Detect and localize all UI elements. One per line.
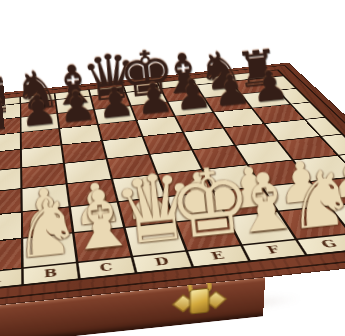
square-e2: ♟ <box>167 192 225 221</box>
square-e1: ♚ <box>176 217 239 250</box>
brass-clasp <box>174 282 223 322</box>
black-rook-piece: ♜ <box>0 69 23 121</box>
square-b1: ♞ <box>23 234 76 268</box>
square-e6 <box>137 117 182 136</box>
square-b2: ♟ <box>22 208 71 238</box>
chess-box: 87654321 ♜♞♝♛♚♝♞♜♟♟♟♟♟♟♟♟♟♟♟♟♟♟♟♟♜♞♝♛♚♝♞… <box>0 63 345 316</box>
camera-rotation-wrapper: 87654321 ♜♞♝♛♚♝♞♜♟♟♟♟♟♟♟♟♟♟♟♟♟♟♟♟♜♞♝♛♚♝♞… <box>0 0 345 336</box>
file-label-c: C <box>78 258 134 279</box>
square-c1: ♝ <box>74 228 130 261</box>
square-f2: ♟ <box>215 187 276 216</box>
clasp-body-icon <box>189 288 209 315</box>
square-d2: ♟ <box>118 197 173 226</box>
photo-stage: 87654321 ♜♞♝♛♚♝♞♜♟♟♟♟♟♟♟♟♟♟♟♟♟♟♟♟♜♞♝♛♚♝♞… <box>0 0 345 336</box>
perspective-scene: 87654321 ♜♞♝♛♚♝♞♜♟♟♟♟♟♟♟♟♟♟♟♟♟♟♟♟♜♞♝♛♚♝♞… <box>0 0 345 336</box>
square-b6 <box>21 129 60 149</box>
black-knight-piece: ♞ <box>194 43 245 99</box>
square-d1: ♛ <box>125 223 184 256</box>
file-label-a: A <box>0 269 21 290</box>
square-a1: ♜ <box>0 239 20 273</box>
black-rook-piece: ♜ <box>233 42 281 94</box>
file-label-b: B <box>23 263 77 284</box>
square-c2: ♟ <box>70 202 122 232</box>
board-with-labels: 87654321 ♜♞♝♛♚♝♞♜♟♟♟♟♟♟♟♟♟♟♟♟♟♟♟♟♜♞♝♛♚♝♞… <box>0 70 345 296</box>
black-bishop-piece: ♝ <box>156 45 209 103</box>
square-f6 <box>176 113 222 132</box>
